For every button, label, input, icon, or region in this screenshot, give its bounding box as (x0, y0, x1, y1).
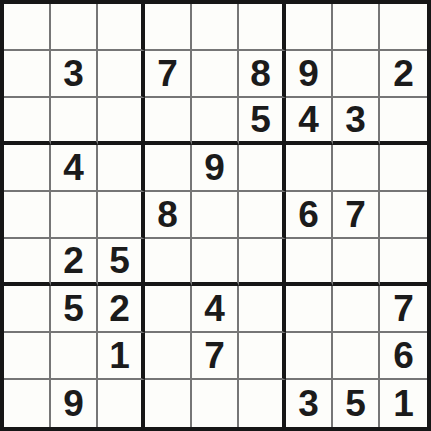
cell-r4c2-given: 4 (51, 145, 98, 192)
cell-r7c5-given: 4 (192, 286, 239, 333)
cell-r3c2-empty[interactable] (51, 98, 98, 145)
given-digit: 9 (63, 385, 84, 422)
cell-r9c3-empty[interactable] (98, 380, 145, 427)
given-digit: 4 (298, 101, 319, 138)
cell-r5c9-empty[interactable] (380, 192, 427, 239)
given-digit: 7 (345, 196, 366, 233)
given-digit: 8 (157, 196, 178, 233)
cell-r1c8-empty[interactable] (333, 4, 380, 51)
cell-r2c5-empty[interactable] (192, 51, 239, 98)
cell-r4c3-empty[interactable] (98, 145, 145, 192)
cell-r3c3-empty[interactable] (98, 98, 145, 145)
cell-r7c1-empty[interactable] (4, 286, 51, 333)
given-digit: 5 (109, 242, 130, 279)
given-digit: 1 (109, 337, 130, 374)
given-digit: 3 (345, 101, 366, 138)
cell-r7c8-empty[interactable] (333, 286, 380, 333)
cell-r7c7-empty[interactable] (286, 286, 333, 333)
given-digit: 7 (393, 290, 414, 327)
cell-r3c9-empty[interactable] (380, 98, 427, 145)
cell-r8c9-given: 6 (380, 333, 427, 380)
given-digit: 4 (63, 149, 84, 186)
cell-r2c3-empty[interactable] (98, 51, 145, 98)
given-digit: 6 (298, 196, 319, 233)
given-digit: 5 (250, 101, 271, 138)
given-digit: 8 (250, 55, 271, 92)
cell-r8c2-empty[interactable] (51, 333, 98, 380)
cell-r1c9-empty[interactable] (380, 4, 427, 51)
cell-r2c4-given: 7 (145, 51, 192, 98)
cell-r4c1-empty[interactable] (4, 145, 51, 192)
cell-r1c4-empty[interactable] (145, 4, 192, 51)
given-digit: 7 (157, 55, 178, 92)
given-digit: 5 (63, 290, 84, 327)
cell-r3c7-given: 4 (286, 98, 333, 145)
cell-r1c1-empty[interactable] (4, 4, 51, 51)
sudoku-board: 37892543498672552471769351 (0, 0, 431, 431)
cell-r5c2-empty[interactable] (51, 192, 98, 239)
cell-r9c4-empty[interactable] (145, 380, 192, 427)
cell-r2c1-empty[interactable] (4, 51, 51, 98)
cell-r7c9-given: 7 (380, 286, 427, 333)
cell-r8c7-empty[interactable] (286, 333, 333, 380)
cell-r4c4-empty[interactable] (145, 145, 192, 192)
cell-r2c2-given: 3 (51, 51, 98, 98)
cell-r9c1-empty[interactable] (4, 380, 51, 427)
cell-r7c2-given: 5 (51, 286, 98, 333)
cell-r5c6-empty[interactable] (239, 192, 286, 239)
cell-r5c5-empty[interactable] (192, 192, 239, 239)
given-digit: 2 (63, 242, 84, 279)
cell-r8c8-empty[interactable] (333, 333, 380, 380)
cell-r8c4-empty[interactable] (145, 333, 192, 380)
cell-r3c6-given: 5 (239, 98, 286, 145)
cell-r4c9-empty[interactable] (380, 145, 427, 192)
cell-r4c5-given: 9 (192, 145, 239, 192)
given-digit: 9 (204, 149, 225, 186)
cell-r5c1-empty[interactable] (4, 192, 51, 239)
cell-r5c4-given: 8 (145, 192, 192, 239)
cell-r4c8-empty[interactable] (333, 145, 380, 192)
given-digit: 7 (204, 337, 225, 374)
cell-r5c7-given: 6 (286, 192, 333, 239)
given-digit: 5 (345, 385, 366, 422)
cell-r1c5-empty[interactable] (192, 4, 239, 51)
cell-r1c2-empty[interactable] (51, 4, 98, 51)
cell-r7c6-empty[interactable] (239, 286, 286, 333)
cell-r1c6-empty[interactable] (239, 4, 286, 51)
cell-r7c4-empty[interactable] (145, 286, 192, 333)
cell-r4c6-empty[interactable] (239, 145, 286, 192)
cell-r9c9-given: 1 (380, 380, 427, 427)
cell-r3c8-given: 3 (333, 98, 380, 145)
given-digit: 1 (393, 385, 414, 422)
given-digit: 2 (109, 290, 130, 327)
cell-r3c1-empty[interactable] (4, 98, 51, 145)
cell-r3c5-empty[interactable] (192, 98, 239, 145)
cell-r7c3-given: 2 (98, 286, 145, 333)
cell-r6c5-empty[interactable] (192, 239, 239, 286)
cell-r1c7-empty[interactable] (286, 4, 333, 51)
cell-r6c1-empty[interactable] (4, 239, 51, 286)
given-digit: 3 (298, 385, 319, 422)
cell-r1c3-empty[interactable] (98, 4, 145, 51)
cell-r5c8-given: 7 (333, 192, 380, 239)
cell-r2c7-given: 9 (286, 51, 333, 98)
given-digit: 3 (63, 55, 84, 92)
cell-r6c9-empty[interactable] (380, 239, 427, 286)
given-digit: 9 (298, 55, 319, 92)
cell-r8c1-empty[interactable] (4, 333, 51, 380)
cell-r9c2-given: 9 (51, 380, 98, 427)
given-digit: 2 (393, 55, 414, 92)
cell-r6c2-given: 2 (51, 239, 98, 286)
cell-r9c7-given: 3 (286, 380, 333, 427)
cell-r8c3-given: 1 (98, 333, 145, 380)
cell-r4c7-empty[interactable] (286, 145, 333, 192)
cell-r9c8-given: 5 (333, 380, 380, 427)
cell-r6c7-empty[interactable] (286, 239, 333, 286)
cell-r5c3-empty[interactable] (98, 192, 145, 239)
cell-r6c6-empty[interactable] (239, 239, 286, 286)
given-digit: 6 (393, 337, 414, 374)
cell-r9c6-empty[interactable] (239, 380, 286, 427)
cell-r6c3-given: 5 (98, 239, 145, 286)
cell-r8c6-empty[interactable] (239, 333, 286, 380)
cell-r2c8-empty[interactable] (333, 51, 380, 98)
cell-r2c9-given: 2 (380, 51, 427, 98)
cell-r6c4-empty[interactable] (145, 239, 192, 286)
cell-r3c4-empty[interactable] (145, 98, 192, 145)
cell-r9c5-empty[interactable] (192, 380, 239, 427)
cell-r8c5-given: 7 (192, 333, 239, 380)
cell-r2c6-given: 8 (239, 51, 286, 98)
given-digit: 4 (204, 290, 225, 327)
cell-r6c8-empty[interactable] (333, 239, 380, 286)
